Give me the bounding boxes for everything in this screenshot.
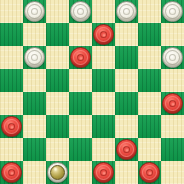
piece-white-man[interactable] bbox=[70, 1, 91, 22]
square-r0c5[interactable] bbox=[115, 0, 138, 23]
square-r6c7[interactable] bbox=[161, 138, 184, 161]
square-r0c0 bbox=[0, 0, 23, 23]
piece-red-man[interactable] bbox=[116, 139, 137, 160]
piece-red-man[interactable] bbox=[1, 162, 22, 183]
square-r2c3[interactable] bbox=[69, 46, 92, 69]
square-r2c1[interactable] bbox=[23, 46, 46, 69]
square-r6c0 bbox=[0, 138, 23, 161]
square-r6c5[interactable] bbox=[115, 138, 138, 161]
square-r3c2[interactable] bbox=[46, 69, 69, 92]
square-r7c7 bbox=[161, 161, 184, 184]
square-r4c4 bbox=[92, 92, 115, 115]
square-r4c3[interactable] bbox=[69, 92, 92, 115]
piece-white-man[interactable] bbox=[24, 1, 45, 22]
square-r7c1 bbox=[23, 161, 46, 184]
square-r1c4[interactable] bbox=[92, 23, 115, 46]
square-r3c4[interactable] bbox=[92, 69, 115, 92]
square-r6c1[interactable] bbox=[23, 138, 46, 161]
piece-red-man[interactable] bbox=[93, 24, 114, 45]
square-r5c5 bbox=[115, 115, 138, 138]
square-r7c0[interactable] bbox=[0, 161, 23, 184]
square-r4c2 bbox=[46, 92, 69, 115]
square-r1c6[interactable] bbox=[138, 23, 161, 46]
square-r3c7 bbox=[161, 69, 184, 92]
piece-red-man[interactable] bbox=[93, 162, 114, 183]
square-r0c1[interactable] bbox=[23, 0, 46, 23]
square-r1c7 bbox=[161, 23, 184, 46]
piece-white-man[interactable] bbox=[162, 47, 183, 68]
checkers-board bbox=[0, 0, 184, 184]
piece-white-king[interactable] bbox=[47, 162, 68, 183]
piece-white-man[interactable] bbox=[116, 1, 137, 22]
square-r0c2 bbox=[46, 0, 69, 23]
square-r4c1[interactable] bbox=[23, 92, 46, 115]
square-r3c5 bbox=[115, 69, 138, 92]
square-r7c3 bbox=[69, 161, 92, 184]
square-r1c1 bbox=[23, 23, 46, 46]
square-r2c7[interactable] bbox=[161, 46, 184, 69]
square-r7c5 bbox=[115, 161, 138, 184]
square-r5c2[interactable] bbox=[46, 115, 69, 138]
square-r0c3[interactable] bbox=[69, 0, 92, 23]
square-r0c4 bbox=[92, 0, 115, 23]
square-r7c2[interactable] bbox=[46, 161, 69, 184]
square-r6c4 bbox=[92, 138, 115, 161]
square-r5c4[interactable] bbox=[92, 115, 115, 138]
square-r3c0[interactable] bbox=[0, 69, 23, 92]
piece-red-man[interactable] bbox=[139, 162, 160, 183]
square-r5c1 bbox=[23, 115, 46, 138]
square-r1c0[interactable] bbox=[0, 23, 23, 46]
piece-red-man[interactable] bbox=[1, 116, 22, 137]
square-r5c6[interactable] bbox=[138, 115, 161, 138]
piece-white-man[interactable] bbox=[162, 1, 183, 22]
square-r3c6[interactable] bbox=[138, 69, 161, 92]
square-r3c1 bbox=[23, 69, 46, 92]
square-r2c6 bbox=[138, 46, 161, 69]
piece-white-man[interactable] bbox=[24, 47, 45, 68]
square-r3c3 bbox=[69, 69, 92, 92]
square-r2c4 bbox=[92, 46, 115, 69]
square-r4c0 bbox=[0, 92, 23, 115]
piece-red-man[interactable] bbox=[162, 93, 183, 114]
square-r6c3[interactable] bbox=[69, 138, 92, 161]
square-r4c7[interactable] bbox=[161, 92, 184, 115]
square-r6c6 bbox=[138, 138, 161, 161]
square-r4c5[interactable] bbox=[115, 92, 138, 115]
square-r4c6 bbox=[138, 92, 161, 115]
square-r6c2 bbox=[46, 138, 69, 161]
piece-red-man[interactable] bbox=[70, 47, 91, 68]
square-r1c2[interactable] bbox=[46, 23, 69, 46]
square-r2c5[interactable] bbox=[115, 46, 138, 69]
square-r1c5 bbox=[115, 23, 138, 46]
square-r2c0 bbox=[0, 46, 23, 69]
square-r5c0[interactable] bbox=[0, 115, 23, 138]
square-r1c3 bbox=[69, 23, 92, 46]
square-r5c3 bbox=[69, 115, 92, 138]
square-r7c4[interactable] bbox=[92, 161, 115, 184]
square-r7c6[interactable] bbox=[138, 161, 161, 184]
square-r0c7[interactable] bbox=[161, 0, 184, 23]
square-r5c7 bbox=[161, 115, 184, 138]
square-r2c2 bbox=[46, 46, 69, 69]
square-r0c6 bbox=[138, 0, 161, 23]
